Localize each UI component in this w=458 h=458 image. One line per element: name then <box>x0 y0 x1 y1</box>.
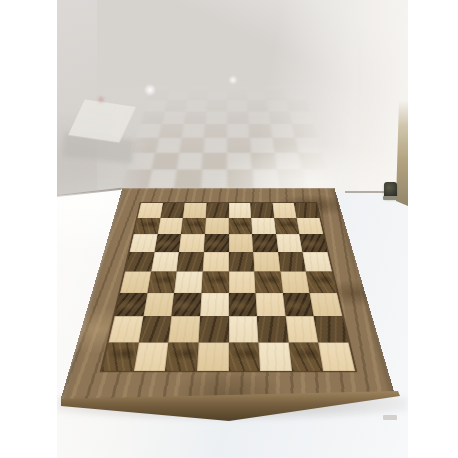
square-h8 <box>294 203 319 218</box>
square-e4 <box>229 271 256 292</box>
square-d8 <box>206 203 229 218</box>
square-e5 <box>229 252 255 271</box>
square-b6 <box>154 234 181 252</box>
square-d3 <box>200 293 228 316</box>
square-g4 <box>280 271 310 292</box>
square-a2 <box>109 316 144 342</box>
square-e1 <box>229 342 261 371</box>
square-e8 <box>229 203 252 218</box>
square-b3 <box>143 293 174 316</box>
square-h2 <box>314 316 349 342</box>
square-b2 <box>139 316 172 342</box>
square-h6 <box>300 234 328 252</box>
square-b5 <box>151 252 179 271</box>
square-e2 <box>229 316 259 342</box>
square-f3 <box>256 293 286 316</box>
square-c6 <box>179 234 205 252</box>
square-d7 <box>205 218 229 234</box>
square-h4 <box>306 271 337 292</box>
square-h5 <box>303 252 332 271</box>
square-h7 <box>297 218 324 234</box>
square-g8 <box>272 203 297 218</box>
square-g6 <box>276 234 303 252</box>
edge-sticker <box>383 415 397 420</box>
square-c1 <box>165 342 198 371</box>
square-c3 <box>172 293 202 316</box>
square-c5 <box>177 252 204 271</box>
square-c2 <box>169 316 200 342</box>
square-g5 <box>278 252 306 271</box>
square-a7 <box>134 218 161 234</box>
square-a1 <box>102 342 139 371</box>
square-b8 <box>160 203 185 218</box>
square-a6 <box>130 234 158 252</box>
square-c7 <box>181 218 206 234</box>
square-a8 <box>137 203 162 218</box>
square-b4 <box>147 271 177 292</box>
square-e3 <box>229 293 257 316</box>
square-d2 <box>199 316 229 342</box>
square-e7 <box>229 218 253 234</box>
square-d1 <box>197 342 229 371</box>
square-g2 <box>285 316 318 342</box>
product-photo <box>0 0 458 458</box>
square-b1 <box>134 342 169 371</box>
square-d6 <box>204 234 229 252</box>
square-e6 <box>229 234 254 252</box>
photo-scene <box>57 0 408 458</box>
square-b7 <box>157 218 183 234</box>
board-perspective-clip <box>57 0 408 458</box>
square-c8 <box>183 203 207 218</box>
square-f2 <box>257 316 288 342</box>
square-d4 <box>201 271 228 292</box>
square-h3 <box>310 293 343 316</box>
square-g7 <box>274 218 300 234</box>
square-c4 <box>174 271 202 292</box>
chess-board <box>59 188 398 405</box>
square-f6 <box>252 234 278 252</box>
square-d5 <box>203 252 229 271</box>
square-f8 <box>250 203 274 218</box>
square-f4 <box>254 271 282 292</box>
square-f1 <box>258 342 291 371</box>
board-grid <box>102 203 355 371</box>
square-a3 <box>115 293 148 316</box>
square-g3 <box>283 293 314 316</box>
square-a4 <box>120 271 151 292</box>
square-f7 <box>251 218 276 234</box>
square-f5 <box>253 252 280 271</box>
square-h1 <box>318 342 355 371</box>
square-a5 <box>125 252 154 271</box>
